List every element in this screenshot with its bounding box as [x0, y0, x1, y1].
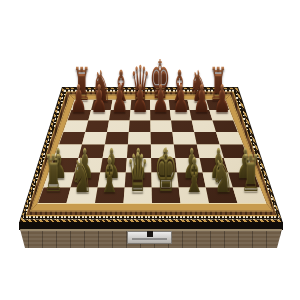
clasp-icon	[147, 231, 153, 237]
piece-black-pawn-a7: ♟	[70, 80, 87, 118]
piece-black-pawn-h7: ♟	[213, 80, 230, 118]
piece-black-pawn-c7: ♟	[111, 80, 128, 118]
piece-white-rook-a1: ♜	[43, 149, 64, 200]
piece-white-bishop-f1: ♝	[183, 152, 205, 200]
chess-set-photo: ♜♞♝♛♚♝♞♜♟♟♟♟♟♟♟♟♟♟♟♟♟♟♟♟♜♞♝♛♚♝♞♜	[0, 0, 300, 300]
piece-white-rook-h1: ♜	[240, 149, 261, 200]
piece-white-king-e1: ♚	[154, 140, 177, 200]
piece-black-pawn-g7: ♟	[193, 80, 210, 118]
piece-black-pawn-e7: ♟	[152, 80, 169, 118]
piece-black-pawn-b7: ♟	[90, 80, 107, 118]
piece-white-knight-g1: ♞	[211, 152, 233, 200]
piece-white-queen-d1: ♛	[127, 146, 149, 200]
plaque-text	[132, 238, 167, 240]
piece-white-knight-b1: ♞	[70, 152, 92, 200]
piece-black-pawn-d7: ♟	[131, 80, 148, 118]
piece-white-bishop-c1: ♝	[99, 152, 121, 200]
piece-black-pawn-f7: ♟	[172, 80, 189, 118]
